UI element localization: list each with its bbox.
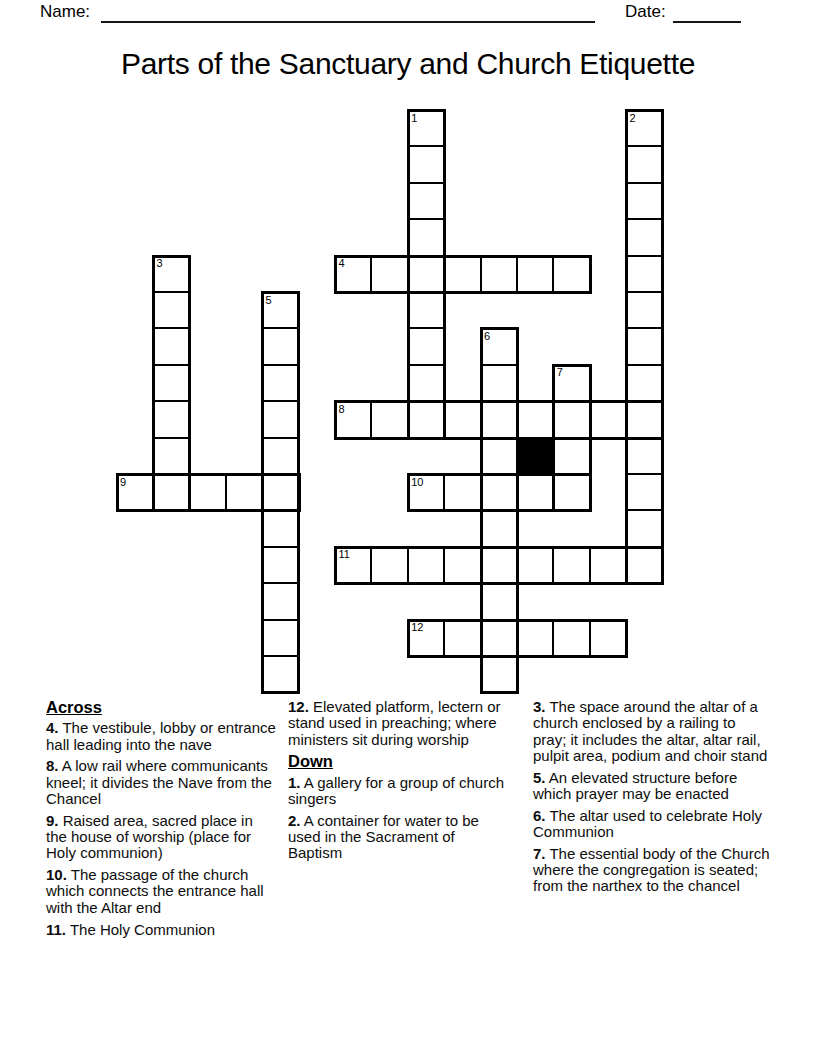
crossword-cell[interactable] [152,364,191,403]
black-cell [516,437,555,476]
clue-number: 2. [288,812,301,829]
crossword-cell[interactable] [407,546,446,585]
clue-text: Elevated platform, lectern or stand used… [288,698,501,748]
crossword-cell[interactable] [370,400,409,439]
crossword-cell[interactable] [552,546,591,585]
crossword-cell[interactable] [261,582,300,621]
crossword-cell[interactable] [261,291,300,330]
clue-number: 10. [46,866,67,883]
crossword-cell[interactable] [589,400,628,439]
crossword-cell[interactable] [116,473,155,512]
clue-item-down-7: 7. The essential body of the Church wher… [533,846,773,895]
crossword-cell[interactable] [480,655,519,694]
crossword-cell[interactable] [552,437,591,476]
clue-number: 6. [533,807,546,824]
crossword-cell[interactable] [407,182,446,221]
clue-item-down-2: 2. A container for water to be used in t… [288,813,512,862]
crossword-cell[interactable] [516,619,555,658]
crossword-cell[interactable] [625,473,664,512]
crossword-cell[interactable] [552,364,591,403]
clue-text: A container for water to be used in the … [288,812,479,862]
crossword-cell[interactable] [625,109,664,148]
clue-text: The essential body of the Church where t… [533,845,770,895]
clue-text: Raised area, sacred place in the house o… [46,812,253,862]
clue-item-down-3: 3. The space around the altar of a churc… [533,699,773,764]
crossword-cell[interactable] [407,327,446,366]
crossword-cell[interactable] [443,255,482,294]
crossword-cell[interactable] [152,437,191,476]
crossword-cell[interactable] [625,291,664,330]
crossword-cell[interactable] [261,619,300,658]
crossword-cell[interactable] [480,437,519,476]
crossword-cell[interactable] [443,473,482,512]
crossword-cell[interactable] [407,255,446,294]
clue-number: 1. [288,774,301,791]
crossword-cell[interactable] [152,400,191,439]
crossword-cell[interactable] [625,218,664,257]
crossword-cell[interactable] [625,400,664,439]
crossword-cell[interactable] [480,400,519,439]
crossword-cell[interactable] [589,546,628,585]
clue-text: The passage of the church which connects… [46,866,264,916]
crossword-cell[interactable] [625,364,664,403]
crossword-cell[interactable] [334,255,373,294]
crossword-cell[interactable] [261,509,300,548]
crossword-cell[interactable] [261,546,300,585]
crossword-cell[interactable] [625,145,664,184]
clue-number: 7. [533,845,546,862]
crossword-cell[interactable] [625,255,664,294]
crossword-cell[interactable] [625,437,664,476]
crossword-cell[interactable] [516,546,555,585]
clue-number: 4. [46,719,59,736]
clue-number: 5. [533,769,546,786]
clue-item-down-6: 6. The altar used to celebrate Holy Comm… [533,808,773,841]
crossword-cell[interactable] [552,619,591,658]
crossword-cell[interactable] [516,400,555,439]
crossword-cell[interactable] [261,473,300,512]
crossword-grid: 123456789101112 [0,0,816,700]
crossword-cell[interactable] [480,546,519,585]
clue-item-down-1: 1. A gallery for a group of church singe… [288,775,512,808]
clues-column-1: Across 4. The vestibule, lobby or entran… [46,699,277,943]
clue-text: The vestibule, lobby or entrance hall le… [46,719,276,752]
clues-column-2: 12. Elevated platform, lectern or stand … [288,699,512,867]
across-heading: Across [46,699,277,715]
crossword-cell[interactable] [552,255,591,294]
crossword-cell[interactable] [261,655,300,694]
clue-item-across-10: 10. The passage of the church which conn… [46,867,277,916]
clue-item-across-11: 11. The Holy Communion [46,922,277,938]
crossword-cell[interactable] [516,473,555,512]
crossword-cell[interactable] [480,255,519,294]
crossword-cell[interactable] [552,473,591,512]
down-heading: Down [288,753,512,769]
clue-text: The Holy Communion [66,921,215,938]
crossword-cell[interactable] [443,546,482,585]
clue-text: A low rail where communicants kneel; it … [46,757,272,807]
crossword-cell[interactable] [625,182,664,221]
clue-number: 12. [288,698,309,715]
crossword-cell[interactable] [407,473,446,512]
crossword-cell[interactable] [589,619,628,658]
clue-number: 3. [533,698,546,715]
clue-item-across-9: 9. Raised area, sacred place in the hous… [46,813,277,862]
crossword-cell[interactable] [625,546,664,585]
crossword-cell[interactable] [407,291,446,330]
crossword-cell[interactable] [261,327,300,366]
clue-number: 9. [46,812,59,829]
clue-item-down-5: 5. An elevated structure before which pr… [533,770,773,803]
crossword-cell[interactable] [625,327,664,366]
crossword-cell[interactable] [261,437,300,476]
crossword-cell[interactable] [407,145,446,184]
clue-text: A gallery for a group of church singers [288,774,504,807]
clue-text: An elevated structure before which praye… [533,769,737,802]
crossword-cell[interactable] [334,546,373,585]
crossword-cell[interactable] [334,400,373,439]
crossword-cell[interactable] [261,400,300,439]
crossword-cell[interactable] [152,255,191,294]
clue-item-across-8: 8. A low rail where communicants kneel; … [46,758,277,807]
crossword-cell[interactable] [516,255,555,294]
crossword-cell[interactable] [407,109,446,148]
crossword-cell[interactable] [480,473,519,512]
crossword-cell[interactable] [407,364,446,403]
crossword-cell[interactable] [370,255,409,294]
crossword-cell[interactable] [480,327,519,366]
crossword-cell[interactable] [370,546,409,585]
crossword-cell[interactable] [552,400,591,439]
clue-number: 11. [46,921,66,938]
crossword-cell[interactable] [152,473,191,512]
crossword-cell[interactable] [625,509,664,548]
crossword-cell[interactable] [480,364,519,403]
clues-column-3: 3. The space around the altar of a churc… [533,699,773,900]
clue-text: The space around the altar of a church e… [533,698,767,764]
crossword-cell[interactable] [443,400,482,439]
crossword-cell[interactable] [225,473,264,512]
clue-item-across-4: 4. The vestibule, lobby or entrance hall… [46,720,277,753]
crossword-cell[interactable] [261,364,300,403]
clue-text: The altar used to celebrate Holy Communi… [533,807,762,840]
crossword-cell[interactable] [480,509,519,548]
crossword-cell[interactable] [152,291,191,330]
crossword-cell[interactable] [443,619,482,658]
crossword-cell[interactable] [480,619,519,658]
crossword-cell[interactable] [188,473,227,512]
crossword-cell[interactable] [152,327,191,366]
clue-number: 8. [46,757,59,774]
crossword-cell[interactable] [407,619,446,658]
crossword-cell[interactable] [407,218,446,257]
crossword-cell[interactable] [480,582,519,621]
crossword-cell[interactable] [407,400,446,439]
clue-item-across-12: 12. Elevated platform, lectern or stand … [288,699,512,748]
